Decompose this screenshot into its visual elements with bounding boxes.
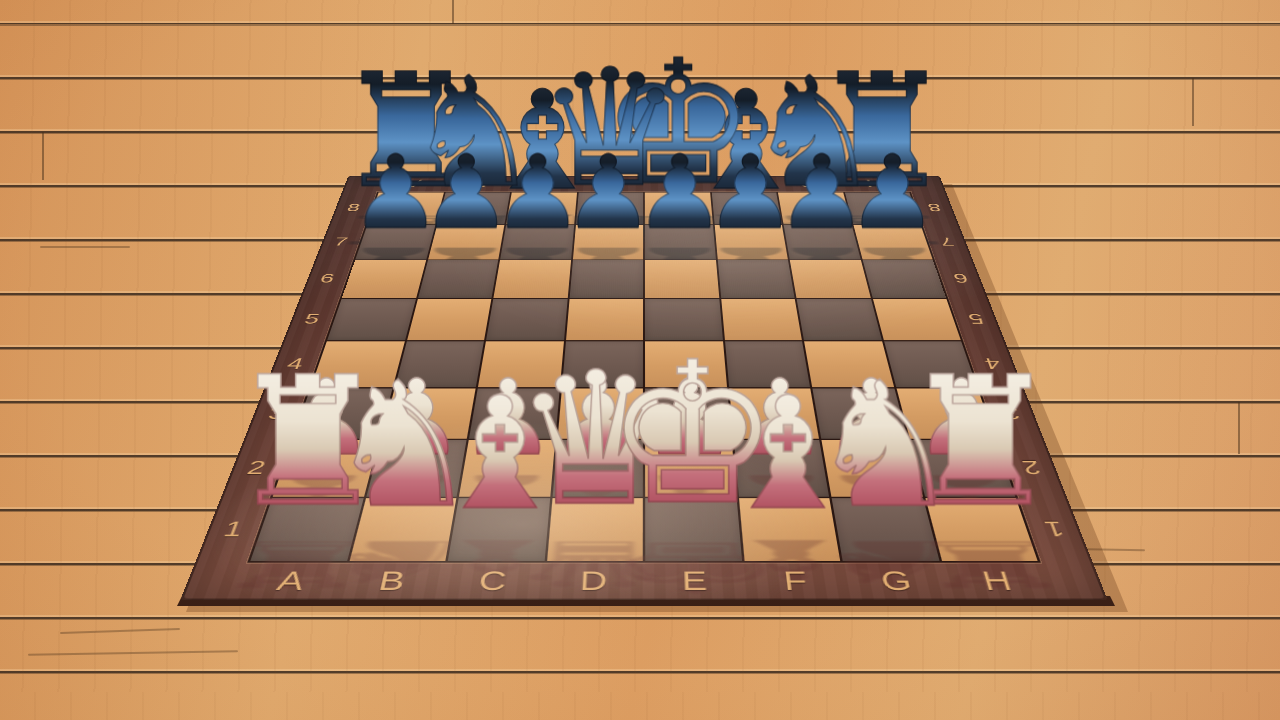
square-b5[interactable] (407, 299, 492, 340)
square-c6[interactable] (493, 260, 570, 298)
chess-scene: ABCDEFGH ABCDEFGH 12345678 12345678 ♜♜♞♞… (0, 0, 1280, 720)
square-e6[interactable] (645, 260, 719, 298)
white-knight[interactable]: ♞ (326, 359, 481, 531)
square-d7[interactable]: ♟♟ (573, 225, 644, 259)
file-label-a: A (234, 562, 346, 600)
square-g6[interactable] (790, 260, 870, 298)
square-b6[interactable] (418, 260, 498, 298)
file-label-c: C (439, 562, 545, 600)
file-labels-bottom: ABCDEFGH (234, 562, 1054, 600)
square-d6[interactable] (569, 260, 643, 298)
file-label-e: E (644, 562, 746, 600)
file-label-g: G (842, 562, 951, 600)
black-pawn[interactable]: ♟ (847, 142, 938, 243)
file-label-d: D (542, 562, 644, 600)
square-g5[interactable] (797, 299, 882, 340)
square-h7[interactable]: ♟♟ (853, 225, 933, 259)
square-h6[interactable] (862, 260, 946, 298)
square-a6[interactable] (342, 260, 426, 298)
board-grid: ♜♜♞♞♝♝♛♛♚♚♝♝♞♞♜♜♟♟♟♟♟♟♟♟♟♟♟♟♟♟♟♟♟♟♟♟♟♟♟♟… (247, 192, 1041, 563)
square-a5[interactable] (327, 299, 415, 340)
file-label-h: H (942, 562, 1054, 600)
file-label-f: F (743, 562, 849, 600)
white-knight[interactable]: ♞ (807, 359, 962, 531)
square-f6[interactable] (717, 260, 794, 298)
square-h5[interactable] (873, 299, 961, 340)
file-label-b: B (337, 562, 446, 600)
white-king[interactable]: ♚ (605, 336, 780, 531)
